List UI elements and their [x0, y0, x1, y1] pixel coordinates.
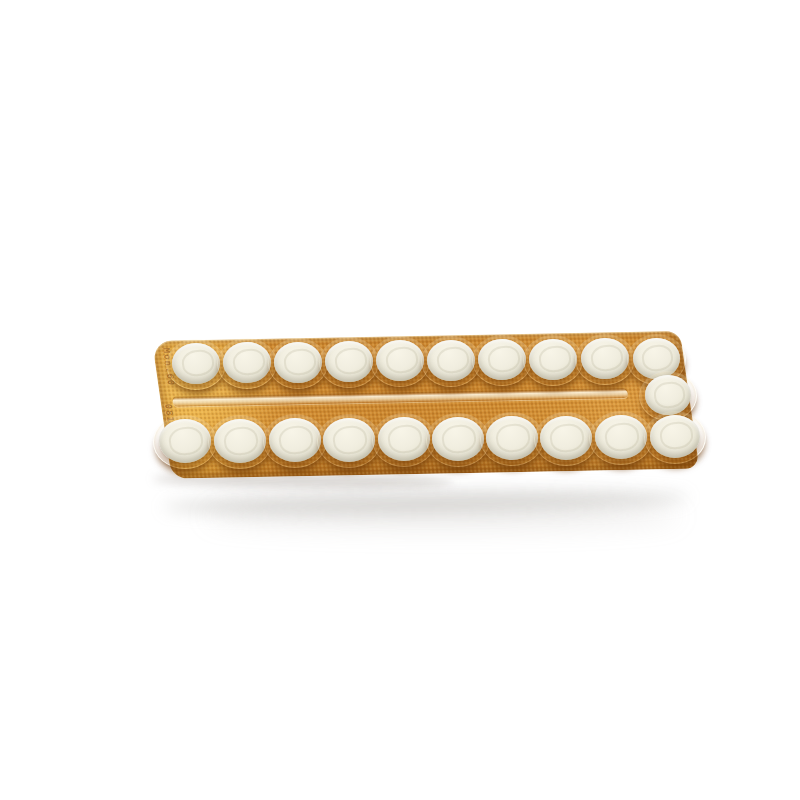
- tablet-emboss-mark: [168, 425, 206, 457]
- tablet-emboss-mark: [278, 424, 316, 456]
- tablet-emboss-mark: [387, 423, 425, 455]
- tablet: [427, 340, 475, 381]
- tablet: [486, 416, 538, 460]
- tablet: [274, 342, 322, 383]
- tablet: [540, 416, 592, 460]
- tablet-emboss-mark: [333, 346, 368, 376]
- tablet-layer: [0, 0, 800, 800]
- tablet: [223, 342, 271, 383]
- tablet-emboss-mark: [640, 343, 675, 373]
- tablet: [650, 415, 700, 458]
- tablet: [376, 340, 424, 381]
- tablet: [323, 418, 375, 462]
- tablet: [595, 415, 647, 459]
- tablet-emboss-mark: [332, 424, 370, 456]
- tablet-emboss-mark: [231, 347, 266, 377]
- tablet: [269, 418, 321, 462]
- tablet: [432, 417, 484, 461]
- tablet: [378, 417, 430, 461]
- tablet: [325, 341, 373, 382]
- blister-cavity: [644, 411, 706, 464]
- tablet: [172, 343, 220, 384]
- tablet-emboss-mark: [223, 425, 261, 457]
- tablet-emboss-mark: [549, 422, 587, 454]
- tablet: [581, 338, 629, 379]
- tablet-emboss-mark: [435, 345, 470, 375]
- tablet-emboss-mark: [282, 347, 317, 377]
- tablet: [645, 375, 691, 415]
- tablet: [159, 419, 211, 463]
- tablet-emboss-mark: [604, 421, 642, 453]
- tablet: [529, 339, 577, 380]
- tablet-emboss-mark: [441, 423, 479, 455]
- blister-cavity: [523, 335, 583, 386]
- photo-stage: Mon.60 08145A: [0, 0, 800, 800]
- tablet: [478, 339, 526, 380]
- tablet-emboss-mark: [658, 420, 694, 452]
- tablet-emboss-mark: [180, 348, 215, 378]
- tablet-emboss-mark: [486, 344, 521, 374]
- tablet: [214, 419, 266, 463]
- tablet-emboss-mark: [537, 344, 572, 374]
- tablet-emboss-mark: [384, 345, 419, 375]
- tablet-emboss-mark: [589, 343, 624, 373]
- tablet-emboss-mark: [653, 380, 687, 410]
- tablet-emboss-mark: [495, 422, 533, 454]
